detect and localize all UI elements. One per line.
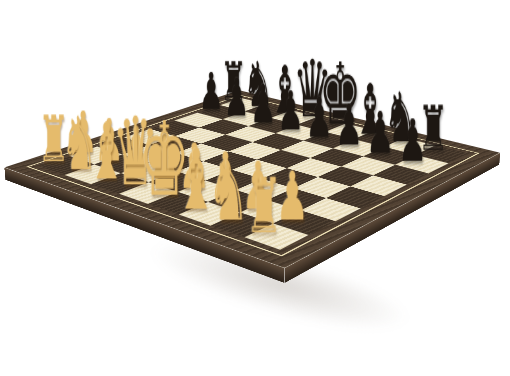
board-surface-wenge-border: ♜♞♝♛♚♝♞♜♟♟♟♟♟♟♟♟♟♟♟♟♟♟♟♟♜♞♝♛♚♝♞♜ (4, 90, 500, 268)
chess-board: ♜♞♝♛♚♝♞♜♟♟♟♟♟♟♟♟♟♟♟♟♟♟♟♟♜♞♝♛♚♝♞♜ (4, 90, 500, 268)
chess-set-photo: ♜♞♝♛♚♝♞♜♟♟♟♟♟♟♟♟♟♟♟♟♟♟♟♟♜♞♝♛♚♝♞♜ (0, 0, 510, 376)
piece-white-rook-h1[interactable]: ♜ (224, 171, 303, 243)
piece-black-pawn-h7[interactable]: ♟ (379, 113, 445, 169)
